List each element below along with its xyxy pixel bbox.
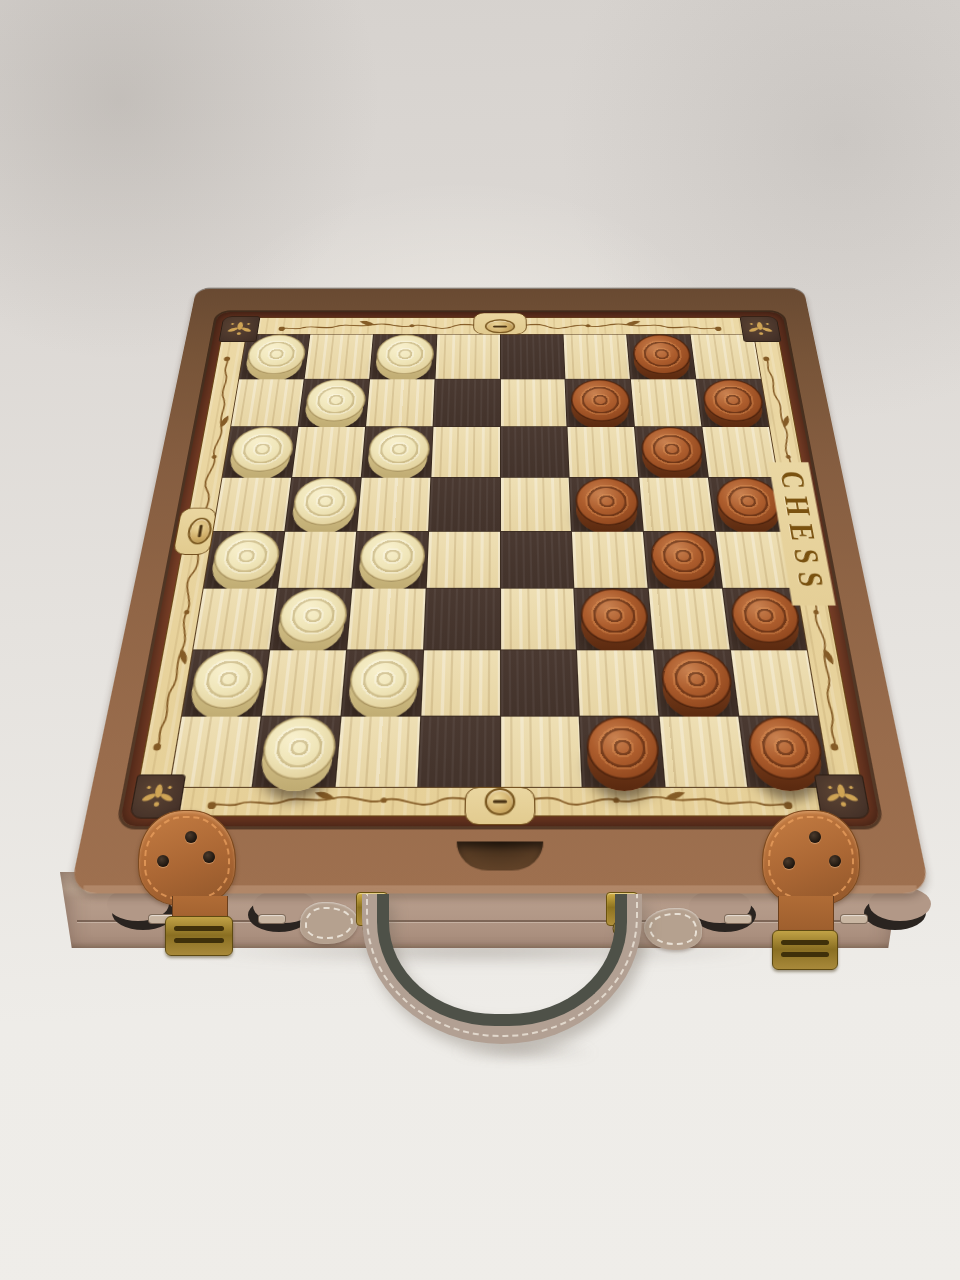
checker-white-r6c2[interactable]: [348, 651, 419, 708]
square-r7c2[interactable]: [335, 717, 419, 787]
square-r2c3[interactable]: [431, 427, 499, 477]
rivet-icon: [203, 851, 215, 863]
square-r2c6[interactable]: [635, 427, 708, 477]
rivet-icon: [157, 855, 169, 867]
square-r4c0[interactable]: [204, 531, 284, 588]
square-r3c3[interactable]: [429, 477, 500, 530]
square-r5c2[interactable]: [347, 589, 425, 650]
square-r0c6[interactable]: [627, 335, 695, 379]
square-r0c1[interactable]: [305, 335, 373, 379]
square-r7c3[interactable]: [418, 717, 499, 787]
square-r2c2[interactable]: [362, 427, 433, 477]
checker-red-r3c7[interactable]: [714, 477, 782, 523]
checker-red-r4c6[interactable]: [649, 531, 717, 580]
square-r0c4[interactable]: [500, 335, 564, 379]
square-r0c5[interactable]: [564, 335, 630, 379]
square-r6c1[interactable]: [262, 651, 346, 716]
square-r5c1[interactable]: [270, 589, 351, 650]
front-trim-mark: [864, 896, 926, 930]
buckle-icon: [772, 930, 838, 970]
square-r5c6[interactable]: [649, 589, 730, 650]
square-r4c6[interactable]: [644, 531, 722, 588]
strap-tab: [762, 810, 860, 906]
square-r1c5[interactable]: [566, 379, 634, 426]
square-r7c6[interactable]: [660, 717, 747, 787]
square-r2c4[interactable]: [500, 427, 568, 477]
square-r7c1[interactable]: [253, 717, 340, 787]
strap-keeper-slot: [724, 914, 752, 924]
checker-white-r5c1[interactable]: [276, 589, 346, 642]
square-r3c0[interactable]: [214, 477, 292, 530]
checker-white-r4c0[interactable]: [210, 531, 280, 580]
checker-red-r6c6[interactable]: [660, 651, 733, 708]
square-r1c4[interactable]: [500, 379, 566, 426]
square-r6c6[interactable]: [654, 651, 738, 716]
buckle-icon: [165, 916, 233, 956]
checker-white-r4c2[interactable]: [358, 531, 424, 580]
square-r5c3[interactable]: [424, 589, 500, 650]
checker-red-r7c5[interactable]: [586, 717, 660, 778]
board-border: CHESS: [132, 318, 868, 817]
square-r5c4[interactable]: [501, 589, 577, 650]
suitcase-handle: [362, 894, 642, 1044]
checker-red-r1c7[interactable]: [701, 379, 764, 420]
rivet-icon: [829, 855, 841, 867]
checker-red-r1c5[interactable]: [570, 379, 630, 420]
photo-stage: CHESS: [0, 0, 960, 1280]
square-r6c3[interactable]: [421, 651, 500, 716]
square-r7c5[interactable]: [580, 717, 664, 787]
strap-tab: [138, 810, 236, 906]
checker-white-r6c0[interactable]: [189, 651, 265, 708]
corner-ornament-icon: [219, 316, 261, 342]
square-r5c0[interactable]: [193, 589, 276, 650]
checker-red-r3c5[interactable]: [575, 477, 639, 523]
rivet-icon: [809, 831, 821, 843]
square-r2c7[interactable]: [703, 427, 778, 477]
rivet-icon: [783, 857, 795, 869]
square-r6c0[interactable]: [182, 651, 269, 716]
square-r3c5[interactable]: [570, 477, 643, 530]
square-r0c3[interactable]: [435, 335, 499, 379]
rivet-icon: [185, 831, 197, 843]
square-r1c1[interactable]: [299, 379, 369, 426]
corner-ornament-icon: [740, 316, 782, 342]
square-r0c2[interactable]: [370, 335, 436, 379]
square-r1c0[interactable]: [231, 379, 303, 426]
square-r2c5[interactable]: [568, 427, 639, 477]
strap-keeper-slot: [258, 914, 286, 924]
square-r4c3[interactable]: [426, 531, 499, 588]
square-r1c7[interactable]: [696, 379, 768, 426]
square-r6c2[interactable]: [341, 651, 422, 716]
square-r4c4[interactable]: [501, 531, 574, 588]
square-r3c6[interactable]: [639, 477, 714, 530]
square-r6c5[interactable]: [577, 651, 658, 716]
screw-medallion-top: [485, 319, 515, 333]
checker-white-r0c2[interactable]: [375, 334, 433, 372]
checker-white-r7c1[interactable]: [260, 717, 336, 778]
square-r7c4[interactable]: [501, 717, 582, 787]
checker-white-r2c0[interactable]: [229, 427, 294, 470]
square-r5c5[interactable]: [575, 589, 653, 650]
board-frame: CHESS: [119, 312, 880, 826]
square-r6c4[interactable]: [501, 651, 580, 716]
strap-left: [134, 804, 238, 974]
checker-top: [575, 477, 641, 525]
square-r2c0[interactable]: [223, 427, 298, 477]
square-r3c4[interactable]: [500, 477, 571, 530]
handle-anchor-tab-right: [644, 908, 702, 950]
square-r4c5[interactable]: [572, 531, 648, 588]
square-r4c2[interactable]: [352, 531, 428, 588]
checker-red-r2c6[interactable]: [640, 427, 703, 470]
board-grid: [169, 334, 832, 788]
checker-white-r2c2[interactable]: [367, 427, 428, 470]
checker-white-r1c1[interactable]: [304, 379, 365, 420]
square-r6c7[interactable]: [731, 651, 818, 716]
square-r2c1[interactable]: [292, 427, 365, 477]
case-lid-top: CHESS: [70, 289, 931, 894]
checker-red-r0c6[interactable]: [632, 334, 691, 372]
square-r1c2[interactable]: [366, 379, 434, 426]
square-r3c1[interactable]: [285, 477, 360, 530]
handle-drop-shadow: [420, 1042, 630, 1062]
strap-right: [758, 804, 862, 974]
checker-red-r7c7[interactable]: [745, 717, 824, 778]
square-r1c3[interactable]: [433, 379, 499, 426]
screw-medallion-bottom: [485, 788, 516, 815]
square-r1c6[interactable]: [631, 379, 701, 426]
square-r3c2[interactable]: [357, 477, 430, 530]
checker-red-r5c5[interactable]: [580, 589, 648, 642]
checker-white-r3c1[interactable]: [291, 477, 357, 523]
square-r4c1[interactable]: [278, 531, 356, 588]
finger-notch: [456, 841, 544, 870]
